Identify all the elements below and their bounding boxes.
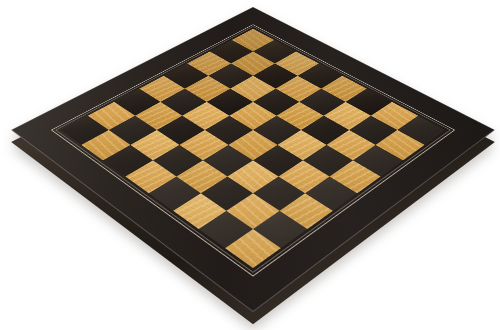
product-photo-scene [0,0,500,330]
chess-board [0,0,500,330]
playing-area [61,29,446,268]
board-frame [11,7,495,312]
